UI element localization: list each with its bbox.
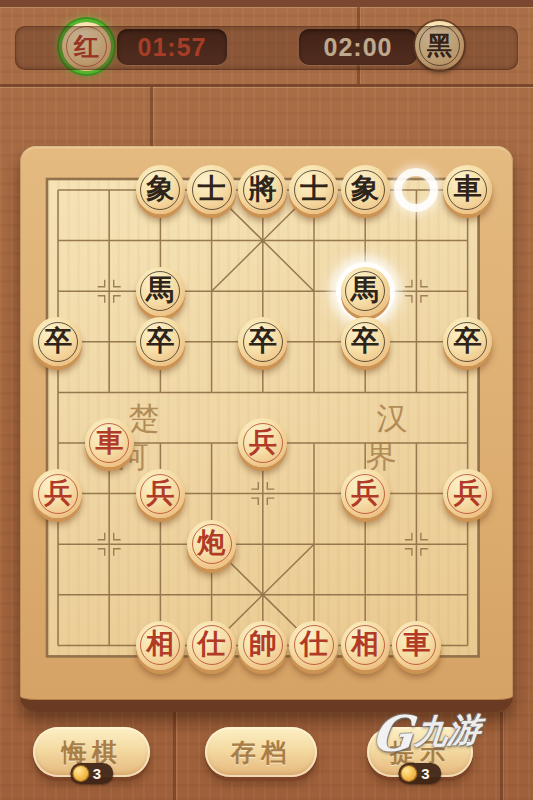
piece-red-chariot[interactable]: 車 [85, 418, 134, 467]
piece-red-general[interactable]: 帥 [238, 621, 287, 670]
piece-black-soldier[interactable]: 卒 [443, 317, 492, 366]
piece-black-elephant[interactable]: 象 [136, 165, 185, 214]
piece-ring [447, 170, 487, 210]
wood-plank-seam [0, 84, 533, 87]
board-intersections: 象士將士象車馬馬卒卒卒卒卒車兵兵兵兵兵炮相仕帥仕相車 [32, 165, 493, 671]
wood-plank-seam [500, 712, 503, 800]
coin-icon [401, 766, 416, 781]
piece-black-elephant[interactable]: 象 [341, 165, 390, 214]
piece-ring [345, 625, 385, 665]
piece-ring [140, 170, 180, 210]
piece-ring [345, 322, 385, 362]
piece-ring [345, 474, 385, 514]
piece-ring [447, 474, 487, 514]
piece-red-chariot[interactable]: 車 [392, 621, 441, 670]
piece-red-soldier[interactable]: 兵 [33, 469, 82, 518]
button-label: 存档 [231, 738, 291, 767]
piece-ring [140, 322, 180, 362]
count-badge: 3 [70, 763, 113, 784]
piece-black-chariot[interactable]: 車 [443, 165, 492, 214]
piece-ring [140, 474, 180, 514]
piece-ring [140, 271, 180, 311]
badge-count: 3 [421, 765, 429, 782]
piece-ring [243, 322, 283, 362]
piece-black-soldier[interactable]: 卒 [33, 317, 82, 366]
piece-ring [243, 170, 283, 210]
piece-black-soldier[interactable]: 卒 [341, 317, 390, 366]
piece-ring [89, 423, 129, 463]
watermark-brand-text: 九游 [413, 709, 482, 752]
game-screen: 红 01:57 02:00 黑 楚河 汉界 象士將士象車馬馬卒卒卒卒卒車兵兵兵兵… [0, 0, 533, 800]
piece-ring [192, 170, 232, 210]
piece-ring [243, 423, 283, 463]
save-button[interactable]: 存档 [205, 727, 317, 777]
piece-ring [345, 271, 385, 311]
coin-icon [73, 766, 88, 781]
piece-ring [294, 625, 334, 665]
piece-ring [38, 322, 78, 362]
piece-red-advisor[interactable]: 仕 [187, 621, 236, 670]
piece-black-horse[interactable]: 馬 [341, 267, 390, 316]
piece-black-advisor[interactable]: 士 [289, 165, 338, 214]
piece-ring [192, 625, 232, 665]
piece-red-soldier[interactable]: 兵 [341, 469, 390, 518]
piece-ring [192, 524, 232, 564]
piece-ring [447, 322, 487, 362]
piece-black-soldier[interactable]: 卒 [136, 317, 185, 366]
status-bar [15, 26, 518, 70]
piece-red-elephant[interactable]: 相 [136, 621, 185, 670]
count-badge: 3 [398, 763, 441, 784]
badge-count: 3 [93, 765, 101, 782]
piece-ring [38, 474, 78, 514]
piece-red-soldier[interactable]: 兵 [443, 469, 492, 518]
piece-ring [396, 625, 436, 665]
piece-black-general[interactable]: 將 [238, 165, 287, 214]
piece-red-soldier[interactable]: 兵 [238, 418, 287, 467]
wood-plank-seam [173, 712, 176, 800]
piece-black-soldier[interactable]: 卒 [238, 317, 287, 366]
piece-ring [243, 625, 283, 665]
watermark-g-glyph: G [370, 705, 416, 763]
piece-red-soldier[interactable]: 兵 [136, 469, 185, 518]
piece-red-cannon[interactable]: 炮 [187, 520, 236, 569]
watermark-logo: G九游 [370, 705, 483, 759]
piece-ring [345, 170, 385, 210]
wood-plank-seam [150, 87, 153, 146]
piece-ring [294, 170, 334, 210]
piece-red-advisor[interactable]: 仕 [289, 621, 338, 670]
piece-ring [140, 625, 180, 665]
piece-red-elephant[interactable]: 相 [341, 621, 390, 670]
piece-black-horse[interactable]: 馬 [136, 267, 185, 316]
wood-plank-seam [0, 0, 533, 7]
undo-button[interactable]: 悔棋3 [33, 727, 150, 777]
last-move-origin-marker [394, 168, 438, 212]
piece-black-advisor[interactable]: 士 [187, 165, 236, 214]
